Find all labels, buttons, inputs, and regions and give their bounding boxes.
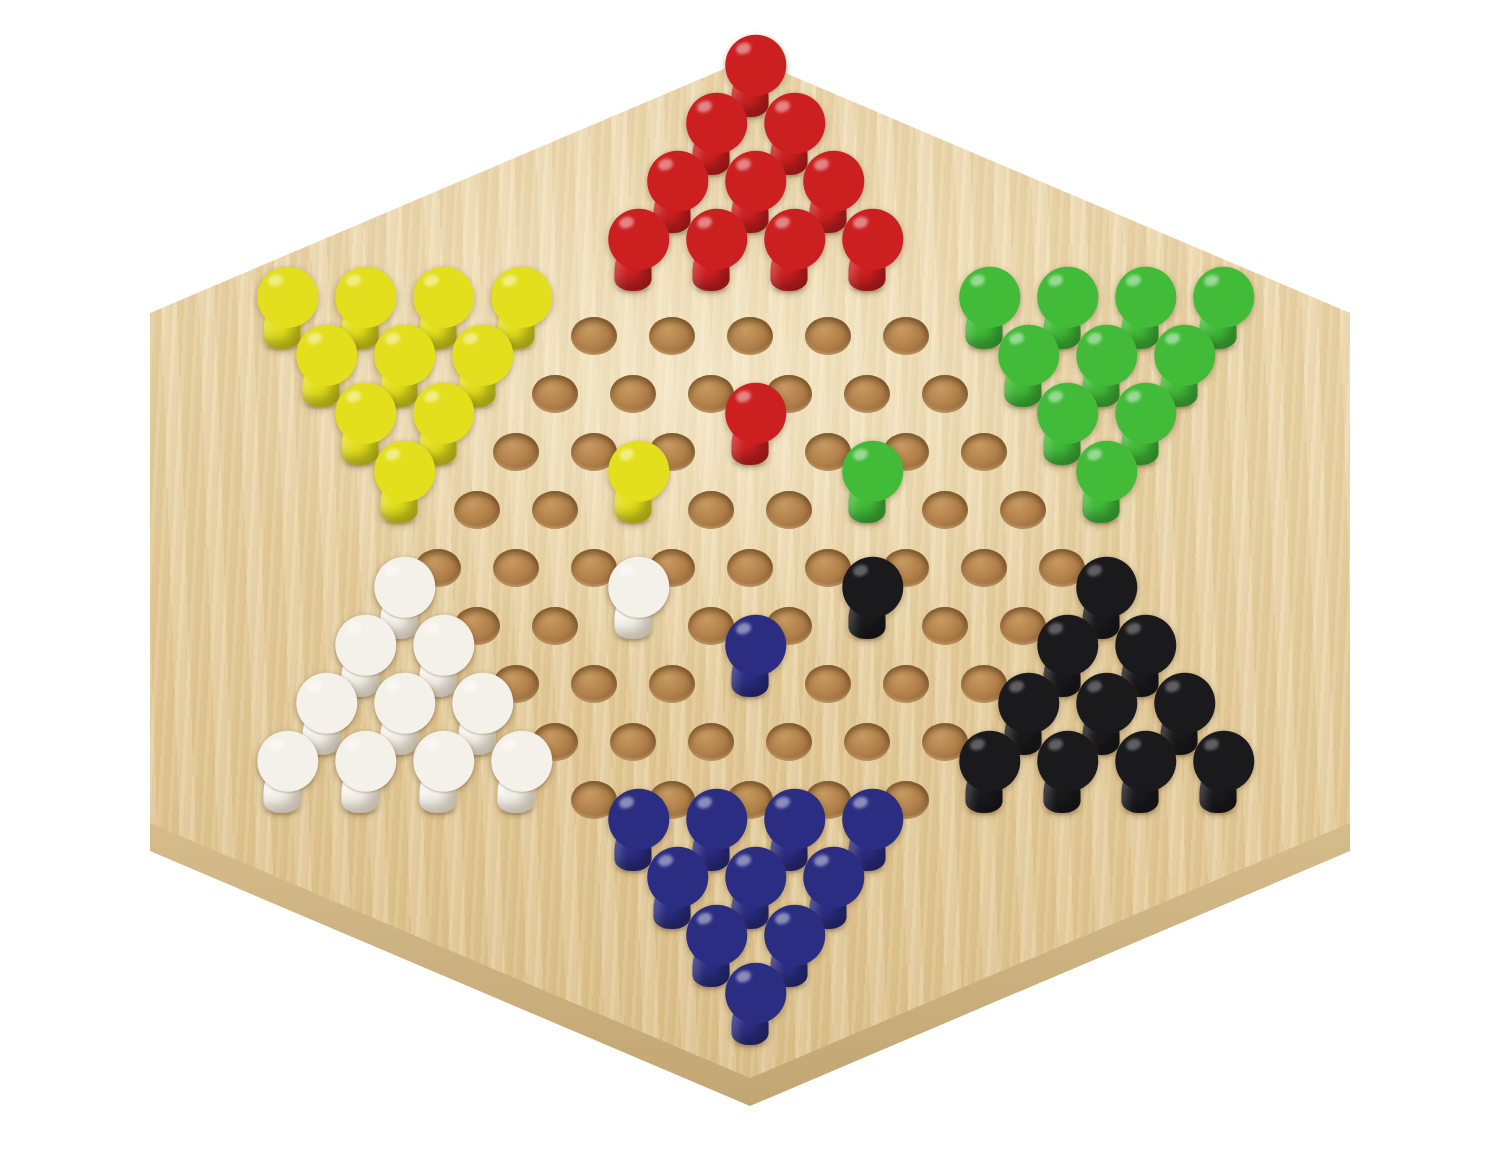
board-hole <box>532 375 578 413</box>
board-hole <box>688 723 734 761</box>
peg-black: ● <box>838 552 896 644</box>
board-hole <box>610 723 656 761</box>
board-hole <box>766 491 812 529</box>
peg-head: ● <box>1072 436 1130 494</box>
board-hole <box>532 607 578 645</box>
board-hole <box>493 549 539 587</box>
peg-white: ● <box>331 726 389 818</box>
board-hole <box>493 433 539 471</box>
peg-head: ● <box>955 726 1013 784</box>
peg-green: ● <box>838 436 896 528</box>
board-hole <box>805 317 851 355</box>
peg-red: ● <box>838 204 896 296</box>
peg-white: ● <box>409 726 467 818</box>
peg-head: ● <box>682 204 740 262</box>
peg-head: ● <box>604 204 662 262</box>
peg-yellow: ● <box>604 436 662 528</box>
board-hole <box>1000 491 1046 529</box>
peg-red: ● <box>682 204 740 296</box>
peg-green: ● <box>1072 436 1130 528</box>
peg-blue: ● <box>721 958 779 1050</box>
peg-head: ● <box>604 552 662 610</box>
board-hole <box>454 491 500 529</box>
board-hole <box>883 317 929 355</box>
peg-head: ● <box>604 436 662 494</box>
board-hole <box>844 375 890 413</box>
peg-white: ● <box>253 726 311 818</box>
peg-black: ● <box>1189 726 1247 818</box>
peg-white: ● <box>487 726 545 818</box>
peg-red: ● <box>760 204 818 296</box>
board-hole <box>727 317 773 355</box>
peg-black: ● <box>955 726 1013 818</box>
peg-white: ● <box>604 552 662 644</box>
board-hole <box>649 665 695 703</box>
board-hole <box>571 317 617 355</box>
peg-head: ● <box>409 726 467 784</box>
peg-red: ● <box>604 204 662 296</box>
board-hole <box>883 665 929 703</box>
board-hole <box>922 491 968 529</box>
peg-head: ● <box>838 204 896 262</box>
peg-head: ● <box>1033 726 1091 784</box>
board-hole <box>766 723 812 761</box>
chinese-checkers-board-photo: ●●●●●●●●●●●●●●●●●●●●●●●●●●●●●●●●●●●●●●●●… <box>0 0 1500 1151</box>
peg-head: ● <box>370 436 428 494</box>
board-hole <box>727 549 773 587</box>
peg-head: ● <box>838 436 896 494</box>
board-hole <box>649 317 695 355</box>
board-hole <box>610 375 656 413</box>
peg-black: ● <box>1111 726 1169 818</box>
board-hole <box>805 665 851 703</box>
peg-head: ● <box>721 378 779 436</box>
peg-head: ● <box>760 204 818 262</box>
peg-head: ● <box>253 726 311 784</box>
board-hole <box>844 723 890 761</box>
board-hole <box>922 607 968 645</box>
board-hole <box>532 491 578 529</box>
peg-head: ● <box>838 552 896 610</box>
peg-head: ● <box>1111 726 1169 784</box>
peg-head: ● <box>331 726 389 784</box>
board-hole <box>922 375 968 413</box>
board-hole <box>688 491 734 529</box>
board-hole <box>961 433 1007 471</box>
peg-head: ● <box>721 610 779 668</box>
peg-black: ● <box>1033 726 1091 818</box>
peg-red: ● <box>721 378 779 470</box>
peg-yellow: ● <box>370 436 428 528</box>
peg-head: ● <box>1189 726 1247 784</box>
board-cells: ●●●●●●●●●●●●●●●●●●●●●●●●●●●●●●●●●●●●●●●●… <box>0 0 1500 1151</box>
peg-head: ● <box>487 726 545 784</box>
board-hole <box>571 665 617 703</box>
board-hole <box>961 549 1007 587</box>
peg-blue: ● <box>721 610 779 702</box>
peg-head: ● <box>721 958 779 1016</box>
